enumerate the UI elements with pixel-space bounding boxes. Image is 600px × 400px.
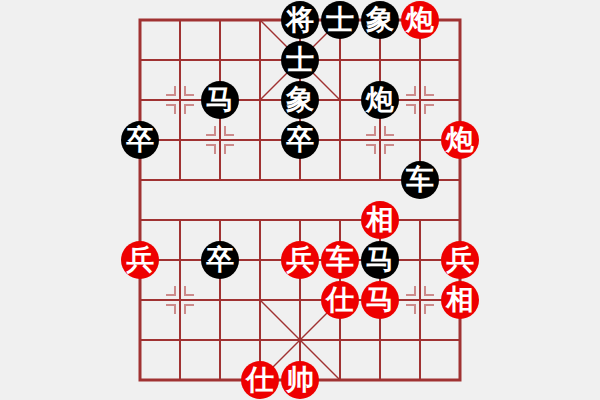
piece-red-elephant[interactable]: 相 (361, 201, 399, 239)
piece-red-soldier[interactable]: 兵 (121, 241, 159, 279)
piece-black-advisor[interactable]: 士 (281, 41, 319, 79)
piece-red-horse[interactable]: 马 (361, 281, 399, 319)
piece-red-general[interactable]: 帅 (281, 361, 319, 399)
xiangqi-board: 将士象炮士马象炮卒卒炮车相兵卒兵车马兵仕马相仕帅 (0, 0, 600, 400)
piece-red-chariot[interactable]: 车 (321, 241, 359, 279)
piece-black-horse[interactable]: 马 (361, 241, 399, 279)
piece-red-advisor[interactable]: 仕 (241, 361, 279, 399)
piece-red-soldier[interactable]: 兵 (441, 241, 479, 279)
piece-black-soldier[interactable]: 卒 (121, 121, 159, 159)
pieces-layer: 将士象炮士马象炮卒卒炮车相兵卒兵车马兵仕马相仕帅 (0, 0, 600, 400)
piece-red-advisor[interactable]: 仕 (321, 281, 359, 319)
piece-black-cannon[interactable]: 炮 (361, 81, 399, 119)
piece-black-horse[interactable]: 马 (201, 81, 239, 119)
piece-black-elephant[interactable]: 象 (361, 1, 399, 39)
piece-black-chariot[interactable]: 车 (401, 161, 439, 199)
piece-red-cannon[interactable]: 炮 (401, 1, 439, 39)
piece-red-soldier[interactable]: 兵 (281, 241, 319, 279)
piece-black-soldier[interactable]: 卒 (201, 241, 239, 279)
piece-black-advisor[interactable]: 士 (321, 1, 359, 39)
piece-black-elephant[interactable]: 象 (281, 81, 319, 119)
piece-black-soldier[interactable]: 卒 (281, 121, 319, 159)
piece-red-cannon[interactable]: 炮 (441, 121, 479, 159)
piece-black-general[interactable]: 将 (281, 1, 319, 39)
piece-red-elephant[interactable]: 相 (441, 281, 479, 319)
